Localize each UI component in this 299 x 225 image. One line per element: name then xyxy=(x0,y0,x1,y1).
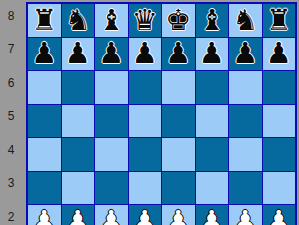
rank-label-4: 4 xyxy=(0,133,26,167)
black-knight: ♞ xyxy=(65,6,91,35)
black-pawn: ♟ xyxy=(65,39,91,68)
black-bishop: ♝ xyxy=(98,6,124,35)
rank-label-2: 2 xyxy=(0,200,26,225)
rank-label-7: 7 xyxy=(0,33,26,67)
black-pawn: ♟ xyxy=(232,39,258,68)
rank-label-8: 8 xyxy=(0,0,26,33)
square-a4[interactable] xyxy=(28,138,61,171)
square-e4[interactable] xyxy=(162,138,195,171)
black-queen: ♛ xyxy=(132,6,158,35)
square-c6[interactable] xyxy=(95,71,128,104)
square-h4[interactable] xyxy=(263,138,296,171)
square-a3[interactable] xyxy=(28,172,61,205)
white-pawn: ♟ xyxy=(31,207,57,225)
square-g3[interactable] xyxy=(229,172,262,205)
black-pawn: ♟ xyxy=(266,39,292,68)
black-rook: ♜ xyxy=(266,6,292,35)
square-d4[interactable] xyxy=(129,138,162,171)
square-d7[interactable]: ♟ xyxy=(129,38,162,71)
square-a2[interactable]: ♟ xyxy=(28,205,61,225)
square-b4[interactable] xyxy=(62,138,95,171)
white-pawn: ♟ xyxy=(132,207,158,225)
square-c4[interactable] xyxy=(95,138,128,171)
white-pawn: ♟ xyxy=(199,207,225,225)
square-h5[interactable] xyxy=(263,105,296,138)
black-pawn: ♟ xyxy=(98,39,124,68)
square-h7[interactable]: ♟ xyxy=(263,38,296,71)
black-pawn: ♟ xyxy=(31,39,57,68)
square-e3[interactable] xyxy=(162,172,195,205)
square-b3[interactable] xyxy=(62,172,95,205)
square-a6[interactable] xyxy=(28,71,61,104)
square-f3[interactable] xyxy=(196,172,229,205)
square-g7[interactable]: ♟ xyxy=(229,38,262,71)
square-g8[interactable]: ♞ xyxy=(229,4,262,37)
square-b8[interactable]: ♞ xyxy=(62,4,95,37)
square-d6[interactable] xyxy=(129,71,162,104)
square-d5[interactable] xyxy=(129,105,162,138)
square-b6[interactable] xyxy=(62,71,95,104)
rank-label-6: 6 xyxy=(0,66,26,100)
square-a5[interactable] xyxy=(28,105,61,138)
chess-board: ♜♞♝♛♚♝♞♜♟♟♟♟♟♟♟♟♟♟♟♟♟♟♟♟ xyxy=(26,2,297,225)
black-bishop: ♝ xyxy=(199,6,225,35)
square-a7[interactable]: ♟ xyxy=(28,38,61,71)
rank-label-5: 5 xyxy=(0,100,26,134)
square-h2[interactable]: ♟ xyxy=(263,205,296,225)
square-h6[interactable] xyxy=(263,71,296,104)
square-c2[interactable]: ♟ xyxy=(95,205,128,225)
white-pawn: ♟ xyxy=(232,207,258,225)
square-f2[interactable]: ♟ xyxy=(196,205,229,225)
black-king: ♚ xyxy=(165,6,191,35)
square-f4[interactable] xyxy=(196,138,229,171)
chess-app-window: 8765432 ♜♞♝♛♚♝♞♜♟♟♟♟♟♟♟♟♟♟♟♟♟♟♟♟ xyxy=(0,0,299,225)
square-f7[interactable]: ♟ xyxy=(196,38,229,71)
rank-labels: 8765432 xyxy=(0,4,26,225)
square-c3[interactable] xyxy=(95,172,128,205)
rank-label-3: 3 xyxy=(0,167,26,201)
square-f5[interactable] xyxy=(196,105,229,138)
square-g4[interactable] xyxy=(229,138,262,171)
square-f6[interactable] xyxy=(196,71,229,104)
square-d8[interactable]: ♛ xyxy=(129,4,162,37)
square-g5[interactable] xyxy=(229,105,262,138)
square-c5[interactable] xyxy=(95,105,128,138)
square-e2[interactable]: ♟ xyxy=(162,205,195,225)
black-pawn: ♟ xyxy=(132,39,158,68)
square-b5[interactable] xyxy=(62,105,95,138)
square-b7[interactable]: ♟ xyxy=(62,38,95,71)
white-pawn: ♟ xyxy=(165,207,191,225)
square-a8[interactable]: ♜ xyxy=(28,4,61,37)
square-d2[interactable]: ♟ xyxy=(129,205,162,225)
square-h3[interactable] xyxy=(263,172,296,205)
square-c8[interactable]: ♝ xyxy=(95,4,128,37)
black-pawn: ♟ xyxy=(165,39,191,68)
white-pawn: ♟ xyxy=(98,207,124,225)
square-g6[interactable] xyxy=(229,71,262,104)
square-d3[interactable] xyxy=(129,172,162,205)
square-e8[interactable]: ♚ xyxy=(162,4,195,37)
square-e7[interactable]: ♟ xyxy=(162,38,195,71)
square-f8[interactable]: ♝ xyxy=(196,4,229,37)
white-pawn: ♟ xyxy=(266,207,292,225)
black-knight: ♞ xyxy=(232,6,258,35)
square-h8[interactable]: ♜ xyxy=(263,4,296,37)
black-pawn: ♟ xyxy=(199,39,225,68)
square-c7[interactable]: ♟ xyxy=(95,38,128,71)
square-g2[interactable]: ♟ xyxy=(229,205,262,225)
black-rook: ♜ xyxy=(31,6,57,35)
white-pawn: ♟ xyxy=(65,207,91,225)
square-e5[interactable] xyxy=(162,105,195,138)
square-e6[interactable] xyxy=(162,71,195,104)
square-b2[interactable]: ♟ xyxy=(62,205,95,225)
